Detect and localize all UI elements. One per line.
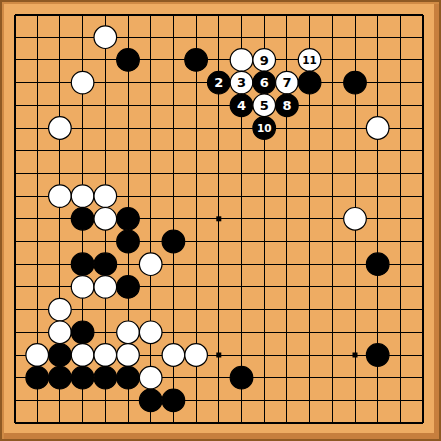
stone-white[interactable] [49,321,72,344]
stone-black[interactable] [71,321,94,344]
stone-black[interactable] [185,49,208,72]
stone-black[interactable] [49,344,72,367]
stone-white[interactable] [344,208,367,231]
stone-black[interactable] [117,276,140,299]
stone-white[interactable] [94,276,117,299]
stone-white[interactable] [139,321,162,344]
stone-white[interactable] [366,117,389,140]
stone-black[interactable] [366,344,389,367]
stone-white[interactable] [71,344,94,367]
goban: 911236745810 [0,0,441,441]
stone-white[interactable] [117,344,140,367]
star-point [216,353,221,358]
stone-white[interactable] [117,321,140,344]
stone-white[interactable] [71,276,94,299]
go-board-svg[interactable]: 911236745810 [0,0,441,441]
stone-black[interactable] [366,253,389,276]
stone-white[interactable] [71,185,94,208]
stone-white[interactable] [94,185,117,208]
stone-white[interactable] [49,298,72,321]
move-number: 10 [257,122,272,134]
move-number: 9 [260,53,269,68]
move-number: 7 [282,75,291,90]
move-number: 11 [302,54,317,66]
stone-black[interactable] [162,389,185,412]
stone-white[interactable] [49,185,72,208]
stone-black[interactable] [230,366,253,389]
stone-black[interactable] [71,253,94,276]
go-diagram: 911236745810 [0,0,441,441]
stone-black[interactable] [71,366,94,389]
stone-black[interactable] [344,71,367,94]
move-number: 8 [282,98,291,113]
move-number: 3 [237,75,246,90]
stone-white[interactable] [94,208,117,231]
stone-white[interactable] [139,366,162,389]
stone-black[interactable] [94,253,117,276]
stone-black[interactable] [298,71,321,94]
stone-black[interactable] [71,208,94,231]
stone-white[interactable] [162,344,185,367]
move-number: 4 [237,98,246,113]
stone-white[interactable] [185,344,208,367]
star-point [216,216,221,221]
star-point [353,353,358,358]
stone-black[interactable] [117,230,140,253]
stone-black[interactable] [117,208,140,231]
stone-black[interactable] [162,230,185,253]
stone-black[interactable] [139,389,162,412]
move-number: 2 [214,75,223,90]
stone-white[interactable] [26,344,49,367]
stone-white[interactable] [94,344,117,367]
stone-white[interactable] [94,26,117,49]
stone-white[interactable] [230,49,253,72]
stone-white[interactable] [71,71,94,94]
stone-white[interactable] [49,117,72,140]
stone-black[interactable] [26,366,49,389]
stone-black[interactable] [94,366,117,389]
stone-black[interactable] [117,366,140,389]
stone-black[interactable] [49,366,72,389]
stone-black[interactable] [117,49,140,72]
stone-white[interactable] [139,253,162,276]
move-number: 5 [260,98,269,113]
move-number: 6 [260,75,269,90]
